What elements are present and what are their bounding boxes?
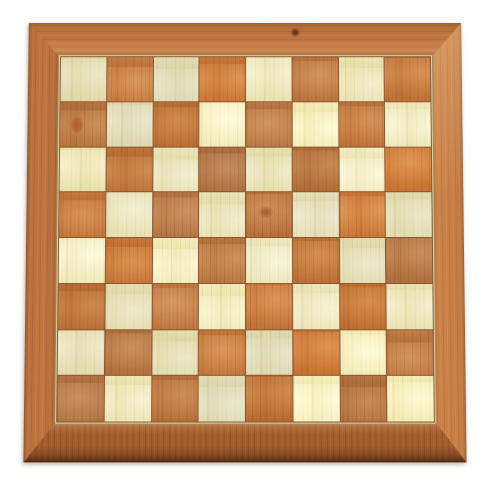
- square-d8[interactable]: [200, 57, 245, 101]
- square-c8[interactable]: [153, 57, 198, 101]
- square-g5[interactable]: [339, 192, 385, 237]
- square-h6[interactable]: [385, 147, 431, 191]
- square-d5[interactable]: [199, 192, 245, 237]
- square-g7[interactable]: [339, 102, 385, 146]
- square-e4[interactable]: [246, 238, 292, 283]
- square-c6[interactable]: [153, 147, 199, 191]
- square-c4[interactable]: [152, 238, 198, 283]
- square-f2[interactable]: [293, 330, 339, 375]
- square-f4[interactable]: [293, 238, 339, 283]
- square-b7[interactable]: [107, 102, 153, 146]
- square-e8[interactable]: [246, 57, 291, 101]
- square-f6[interactable]: [292, 147, 338, 191]
- board-squares-grid: [57, 57, 434, 421]
- square-a6[interactable]: [60, 147, 106, 191]
- square-f1[interactable]: [293, 376, 339, 421]
- square-h8[interactable]: [385, 57, 431, 101]
- square-a1[interactable]: [57, 376, 104, 421]
- square-d1[interactable]: [199, 376, 245, 421]
- square-d6[interactable]: [199, 147, 245, 191]
- square-e1[interactable]: [246, 376, 292, 421]
- square-c2[interactable]: [152, 330, 198, 375]
- maple-inlay-border: [54, 54, 437, 424]
- square-b2[interactable]: [105, 330, 151, 375]
- board-frame-right: [433, 23, 467, 462]
- square-e5[interactable]: [246, 192, 292, 237]
- square-b4[interactable]: [105, 238, 151, 283]
- square-e6[interactable]: [246, 147, 292, 191]
- square-c5[interactable]: [153, 192, 199, 237]
- square-a3[interactable]: [58, 284, 104, 329]
- square-b3[interactable]: [105, 284, 151, 329]
- square-a2[interactable]: [58, 330, 104, 375]
- square-h4[interactable]: [386, 238, 432, 283]
- square-f5[interactable]: [293, 192, 339, 237]
- square-f3[interactable]: [293, 284, 339, 329]
- square-a8[interactable]: [61, 57, 107, 101]
- square-g2[interactable]: [340, 330, 386, 375]
- square-e3[interactable]: [246, 284, 292, 329]
- square-g6[interactable]: [339, 147, 385, 191]
- photo-background: [0, 0, 500, 486]
- square-g4[interactable]: [339, 238, 385, 283]
- square-a4[interactable]: [59, 238, 105, 283]
- square-d2[interactable]: [199, 330, 245, 375]
- board-frame-bottom: [23, 424, 466, 463]
- square-c3[interactable]: [152, 284, 198, 329]
- square-h1[interactable]: [387, 376, 434, 421]
- square-c7[interactable]: [153, 102, 199, 146]
- square-b6[interactable]: [106, 147, 152, 191]
- square-h3[interactable]: [387, 284, 433, 329]
- square-h2[interactable]: [387, 330, 433, 375]
- board-frame-left: [23, 23, 58, 462]
- square-g1[interactable]: [340, 376, 386, 421]
- chess-board: [23, 23, 466, 462]
- square-a7[interactable]: [60, 102, 106, 146]
- square-a5[interactable]: [59, 192, 105, 237]
- board-frame-top: [28, 23, 461, 55]
- square-d3[interactable]: [199, 284, 245, 329]
- square-d4[interactable]: [199, 238, 245, 283]
- square-d7[interactable]: [200, 102, 245, 146]
- square-h7[interactable]: [385, 102, 431, 146]
- square-g3[interactable]: [340, 284, 386, 329]
- square-b1[interactable]: [104, 376, 150, 421]
- square-e7[interactable]: [246, 102, 291, 146]
- square-h5[interactable]: [386, 192, 432, 237]
- square-e2[interactable]: [246, 330, 292, 375]
- square-g8[interactable]: [338, 57, 384, 101]
- square-b5[interactable]: [106, 192, 152, 237]
- square-f8[interactable]: [292, 57, 337, 101]
- square-b8[interactable]: [107, 57, 153, 101]
- square-c1[interactable]: [152, 376, 198, 421]
- square-f7[interactable]: [292, 102, 338, 146]
